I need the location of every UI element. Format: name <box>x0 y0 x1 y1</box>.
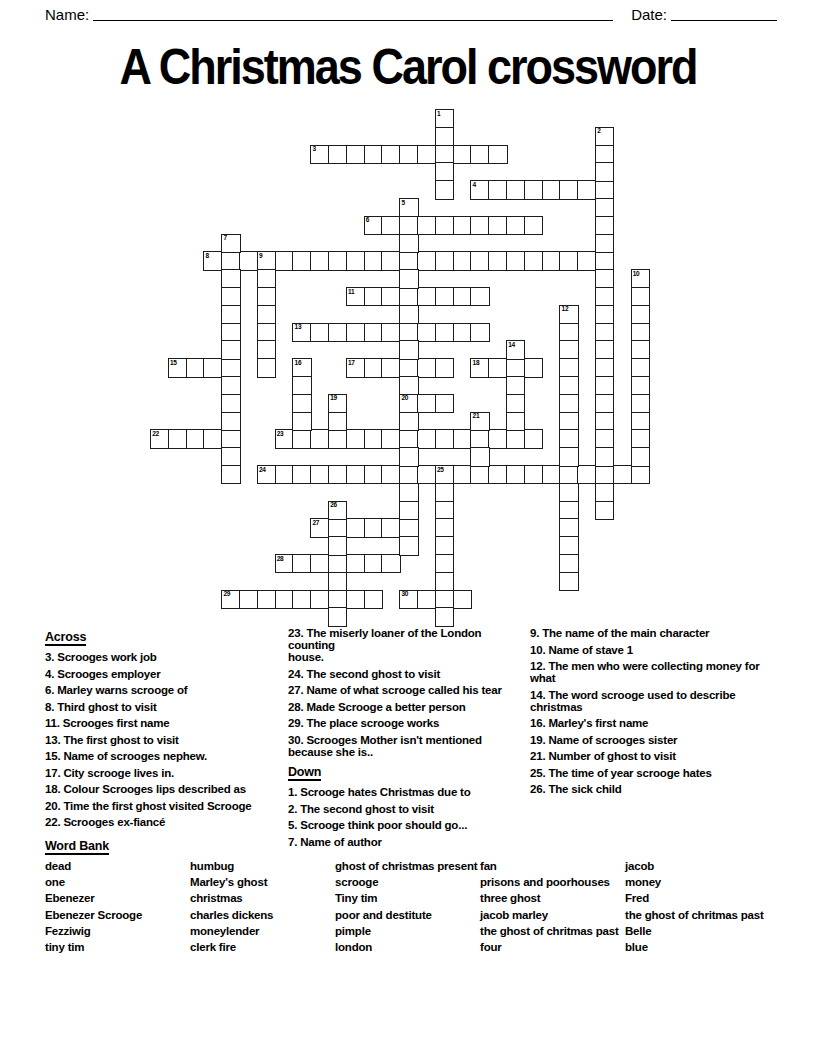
grid-cell[interactable] <box>221 269 240 288</box>
grid-cell[interactable] <box>488 145 507 164</box>
grid-cell[interactable] <box>364 287 383 306</box>
grid-cell[interactable] <box>470 323 489 342</box>
grid-cell[interactable] <box>168 429 187 448</box>
name-input-line[interactable] <box>93 5 613 21</box>
grid-cell[interactable] <box>221 412 240 431</box>
grid-cell[interactable] <box>399 429 418 448</box>
grid-cell[interactable] <box>381 429 400 448</box>
grid-cell[interactable] <box>275 251 294 270</box>
grid-cell[interactable] <box>399 376 418 395</box>
grid-cell[interactable] <box>631 287 650 306</box>
grid-cell[interactable] <box>364 358 383 377</box>
grid-cell[interactable] <box>346 465 365 484</box>
grid-cell[interactable] <box>364 145 383 164</box>
grid-cell[interactable] <box>221 447 240 466</box>
grid-cell[interactable] <box>613 465 632 484</box>
grid-cell[interactable] <box>595 376 614 395</box>
grid-cell[interactable] <box>524 180 543 199</box>
grid-cell[interactable]: 22 <box>150 429 169 448</box>
grid-cell[interactable] <box>399 305 418 324</box>
grid-cell[interactable] <box>595 447 614 466</box>
grid-cell[interactable]: 24 <box>257 465 276 484</box>
grid-cell[interactable] <box>346 251 365 270</box>
grid-cell[interactable] <box>559 447 578 466</box>
grid-cell[interactable] <box>506 216 525 235</box>
grid-cell[interactable]: 7 <box>221 234 240 253</box>
grid-cell[interactable] <box>470 287 489 306</box>
grid-cell[interactable] <box>542 180 561 199</box>
grid-cell[interactable] <box>310 554 329 573</box>
grid-cell[interactable] <box>559 323 578 342</box>
word-bank-item: Ebenezer <box>45 890 195 906</box>
grid-cell[interactable] <box>292 412 311 431</box>
grid-cell[interactable]: 19 <box>328 394 347 413</box>
grid-cell[interactable] <box>559 429 578 448</box>
grid-cell[interactable] <box>631 394 650 413</box>
clue-item: 7. Name of author <box>288 836 528 848</box>
grid-cell[interactable] <box>595 358 614 377</box>
grid-cell[interactable] <box>203 429 222 448</box>
grid-cell[interactable] <box>524 358 543 377</box>
grid-cell[interactable] <box>328 412 347 431</box>
grid-cell[interactable] <box>435 590 454 609</box>
grid-cell[interactable] <box>292 590 311 609</box>
grid-cell[interactable] <box>506 465 525 484</box>
grid-cell[interactable] <box>239 590 258 609</box>
grid-cell[interactable]: 15 <box>168 358 187 377</box>
grid-cell[interactable]: 1 <box>435 109 454 128</box>
clue-item: 6. Marley warns scrooge of <box>45 684 288 696</box>
grid-cell[interactable] <box>328 572 347 591</box>
grid-cell[interactable] <box>328 554 347 573</box>
grid-cell[interactable] <box>399 251 418 270</box>
clue-item: 29. The place scrooge works <box>288 717 528 729</box>
clue-number: 12 <box>562 305 569 313</box>
grid-cell[interactable] <box>506 394 525 413</box>
grid-cell[interactable] <box>399 501 418 520</box>
grid-cell[interactable]: 30 <box>399 590 418 609</box>
grid-cell[interactable] <box>399 412 418 431</box>
grid-cell[interactable] <box>399 269 418 288</box>
word-bank-column: deadoneEbenezerEbenezer ScroogeFezziwigt… <box>45 858 195 955</box>
grid-cell[interactable]: 25 <box>435 465 454 484</box>
clue-item: 13. The first ghost to visit <box>45 734 288 746</box>
grid-cell[interactable] <box>257 358 276 377</box>
grid-cell[interactable] <box>488 216 507 235</box>
grid-cell[interactable] <box>559 358 578 377</box>
grid-cell[interactable] <box>559 376 578 395</box>
grid-cell[interactable]: 16 <box>292 358 311 377</box>
grid-cell[interactable] <box>257 340 276 359</box>
grid-cell[interactable] <box>417 287 436 306</box>
grid-cell[interactable] <box>559 412 578 431</box>
grid-cell[interactable] <box>453 323 472 342</box>
grid-cell[interactable] <box>435 607 454 626</box>
grid-cell[interactable] <box>577 251 596 270</box>
grid-cell[interactable] <box>595 198 614 217</box>
clue-number: 17 <box>348 359 355 367</box>
grid-cell[interactable]: 27 <box>310 518 329 537</box>
grid-cell[interactable] <box>631 447 650 466</box>
grid-cell[interactable] <box>310 465 329 484</box>
grid-cell[interactable] <box>435 145 454 164</box>
grid-cell[interactable]: 13 <box>292 323 311 342</box>
grid-cell[interactable]: 14 <box>506 340 525 359</box>
grid-cell[interactable]: 9 <box>257 251 276 270</box>
word-bank-item: jacob <box>625 858 775 874</box>
grid-cell[interactable] <box>595 162 614 181</box>
grid-cell[interactable] <box>417 429 436 448</box>
grid-cell[interactable] <box>470 216 489 235</box>
grid-cell[interactable] <box>399 518 418 537</box>
grid-cell[interactable]: 20 <box>399 394 418 413</box>
grid-cell[interactable] <box>221 429 240 448</box>
grid-cell[interactable] <box>559 340 578 359</box>
grid-cell[interactable] <box>292 394 311 413</box>
grid-cell[interactable] <box>381 554 400 573</box>
grid-cell[interactable] <box>399 145 418 164</box>
clue-number: 27 <box>312 519 319 527</box>
grid-cell[interactable] <box>435 323 454 342</box>
word-bank-item: london <box>335 939 485 955</box>
grid-cell[interactable] <box>595 145 614 164</box>
clue-number: 16 <box>295 359 302 367</box>
grid-cell[interactable] <box>559 554 578 573</box>
grid-cell[interactable] <box>328 145 347 164</box>
clue-item: 28. Made Scrooge a better person <box>288 701 528 713</box>
grid-cell[interactable] <box>488 358 507 377</box>
grid-cell[interactable] <box>310 251 329 270</box>
grid-cell[interactable] <box>381 287 400 306</box>
clue-number: 15 <box>170 359 177 367</box>
word-bank-item: ghost of christmas present <box>335 858 485 874</box>
clue-item: 26. The sick child <box>530 783 782 795</box>
grid-cell[interactable] <box>399 287 418 306</box>
page-title: A Christmas Carol crossword <box>0 38 816 96</box>
grid-cell[interactable]: 29 <box>221 590 240 609</box>
grid-cell[interactable] <box>488 180 507 199</box>
grid-cell[interactable] <box>221 465 240 484</box>
grid-cell[interactable] <box>239 251 258 270</box>
grid-cell[interactable] <box>328 590 347 609</box>
clue-number: 13 <box>295 323 302 331</box>
grid-cell[interactable] <box>399 447 418 466</box>
grid-cell[interactable] <box>435 162 454 181</box>
grid-cell[interactable] <box>470 251 489 270</box>
grid-cell[interactable] <box>559 572 578 591</box>
grid-cell[interactable] <box>506 251 525 270</box>
grid-cell[interactable]: 28 <box>275 554 294 573</box>
grid-cell[interactable] <box>364 590 383 609</box>
grid-cell[interactable] <box>221 251 240 270</box>
grid-cell[interactable] <box>631 340 650 359</box>
grid-cell[interactable] <box>328 518 347 537</box>
word-bank-item: Belle <box>625 923 775 939</box>
grid-cell[interactable] <box>381 518 400 537</box>
grid-cell[interactable] <box>275 590 294 609</box>
grid-cell[interactable] <box>257 269 276 288</box>
grid-cell[interactable]: 8 <box>203 251 222 270</box>
grid-cell[interactable] <box>453 590 472 609</box>
grid-cell[interactable] <box>328 323 347 342</box>
clue-number: 11 <box>348 288 354 296</box>
grid-cell[interactable] <box>524 429 543 448</box>
grid-cell[interactable] <box>559 518 578 537</box>
grid-cell[interactable] <box>595 269 614 288</box>
grid-cell[interactable] <box>506 358 525 377</box>
clue-number: 3 <box>312 145 315 153</box>
grid-cell[interactable]: 21 <box>470 412 489 431</box>
grid-cell[interactable] <box>506 429 525 448</box>
date-label: Date: <box>631 6 667 23</box>
grid-cell[interactable] <box>435 287 454 306</box>
grid-cell[interactable] <box>257 590 276 609</box>
grid-cell[interactable] <box>470 145 489 164</box>
grid-cell[interactable] <box>542 465 561 484</box>
grid-cell[interactable] <box>292 465 311 484</box>
grid-cell[interactable] <box>631 465 650 484</box>
grid-cell[interactable] <box>595 340 614 359</box>
grid-cell[interactable] <box>399 340 418 359</box>
grid-cell[interactable] <box>595 323 614 342</box>
grid-cell[interactable] <box>435 251 454 270</box>
grid-cell[interactable] <box>328 429 347 448</box>
grid-cell[interactable] <box>559 251 578 270</box>
word-bank-heading: Word Bank <box>45 839 109 855</box>
grid-cell[interactable] <box>595 234 614 253</box>
word-bank-item: one <box>45 874 195 890</box>
grid-cell[interactable] <box>381 251 400 270</box>
grid-cell[interactable] <box>453 251 472 270</box>
grid-cell[interactable] <box>186 429 205 448</box>
grid-cell[interactable] <box>346 145 365 164</box>
grid-cell[interactable]: 6 <box>364 216 383 235</box>
grid-cell[interactable]: 2 <box>595 127 614 146</box>
grid-cell[interactable] <box>524 251 543 270</box>
grid-cell[interactable] <box>417 251 436 270</box>
grid-cell[interactable] <box>417 145 436 164</box>
grid-cell[interactable]: 17 <box>346 358 365 377</box>
grid-cell[interactable] <box>577 180 596 199</box>
grid-cell[interactable] <box>292 376 311 395</box>
grid-cell[interactable]: 10 <box>631 269 650 288</box>
grid-cell[interactable] <box>275 465 294 484</box>
grid-cell[interactable] <box>435 127 454 146</box>
grid-cell[interactable] <box>631 323 650 342</box>
grid-cell[interactable] <box>292 251 311 270</box>
grid-cell[interactable] <box>435 216 454 235</box>
grid-cell[interactable] <box>417 216 436 235</box>
word-bank-item: scrooge <box>335 874 485 890</box>
grid-cell[interactable] <box>399 323 418 342</box>
grid-cell[interactable] <box>435 483 454 502</box>
grid-cell[interactable]: 23 <box>275 429 294 448</box>
grid-cell[interactable] <box>364 323 383 342</box>
grid-cell[interactable] <box>221 358 240 377</box>
clue-number: 24 <box>259 466 266 474</box>
grid-cell[interactable] <box>328 536 347 555</box>
word-bank-item: Fred <box>625 890 775 906</box>
clue-column-down: 9. The name of the main character10. Nam… <box>530 627 782 800</box>
grid-cell[interactable] <box>346 323 365 342</box>
grid-cell[interactable] <box>435 429 454 448</box>
grid-cell[interactable] <box>595 305 614 324</box>
grid-cell[interactable] <box>435 518 454 537</box>
grid-cell[interactable] <box>542 251 561 270</box>
grid-cell[interactable]: 4 <box>470 180 489 199</box>
grid-cell[interactable] <box>559 180 578 199</box>
grid-cell[interactable]: 12 <box>559 305 578 324</box>
grid-cell[interactable] <box>328 607 347 626</box>
grid-cell[interactable] <box>577 465 596 484</box>
clue-number: 10 <box>633 270 640 278</box>
grid-cell[interactable] <box>435 554 454 573</box>
grid-cell[interactable] <box>488 429 507 448</box>
grid-cell[interactable] <box>453 465 472 484</box>
grid-cell[interactable] <box>417 590 436 609</box>
name-date-row: Name: Date: <box>45 5 777 23</box>
grid-cell[interactable] <box>221 323 240 342</box>
grid-cell[interactable] <box>470 429 489 448</box>
grid-cell[interactable] <box>257 323 276 342</box>
grid-cell[interactable] <box>435 394 454 413</box>
grid-cell[interactable] <box>595 216 614 235</box>
grid-cell[interactable] <box>221 394 240 413</box>
grid-cell[interactable] <box>346 429 365 448</box>
grid-cell[interactable] <box>221 340 240 359</box>
clue-number: 18 <box>473 359 480 367</box>
grid-cell[interactable] <box>381 145 400 164</box>
grid-cell[interactable] <box>631 429 650 448</box>
grid-cell[interactable]: 3 <box>310 145 329 164</box>
grid-cell[interactable] <box>257 287 276 306</box>
grid-cell[interactable] <box>221 305 240 324</box>
grid-cell[interactable] <box>631 376 650 395</box>
grid-cell[interactable] <box>524 216 543 235</box>
grid-cell[interactable] <box>399 234 418 253</box>
grid-cell[interactable] <box>595 501 614 520</box>
grid-cell[interactable] <box>524 465 543 484</box>
grid-cell[interactable] <box>435 358 454 377</box>
grid-cell[interactable] <box>257 305 276 324</box>
grid-cell[interactable] <box>595 251 614 270</box>
grid-cell[interactable] <box>328 251 347 270</box>
grid-cell[interactable] <box>221 287 240 306</box>
grid-cell[interactable] <box>417 358 436 377</box>
grid-cell[interactable] <box>364 251 383 270</box>
grid-cell[interactable] <box>292 429 311 448</box>
grid-cell[interactable] <box>381 216 400 235</box>
grid-cell[interactable] <box>559 483 578 502</box>
grid-cell[interactable] <box>453 429 472 448</box>
grid-cell[interactable] <box>399 216 418 235</box>
grid-cell[interactable] <box>595 287 614 306</box>
date-input-line[interactable] <box>671 5 777 21</box>
grid-cell[interactable] <box>506 412 525 431</box>
grid-cell[interactable] <box>310 323 329 342</box>
grid-cell[interactable] <box>595 394 614 413</box>
grid-cell[interactable] <box>417 465 436 484</box>
grid-cell[interactable] <box>435 501 454 520</box>
grid-cell[interactable] <box>453 287 472 306</box>
clue-item: 23. The miserly loaner of the London cou… <box>288 627 528 663</box>
grid-cell[interactable] <box>346 554 365 573</box>
clue-item: 5. Scrooge think poor should go... <box>288 819 528 831</box>
grid-cell[interactable] <box>488 465 507 484</box>
grid-cell[interactable]: 11 <box>346 287 365 306</box>
clue-number: 4 <box>473 181 476 189</box>
grid-cell[interactable] <box>488 251 507 270</box>
grid-cell[interactable] <box>631 358 650 377</box>
clue-number: 29 <box>223 590 230 598</box>
word-bank-item: three ghost <box>480 890 630 906</box>
grid-cell[interactable] <box>310 429 329 448</box>
grid-cell[interactable] <box>346 518 365 537</box>
grid-cell[interactable] <box>470 447 489 466</box>
grid-cell[interactable] <box>381 358 400 377</box>
grid-cell[interactable] <box>381 465 400 484</box>
grid-cell[interactable] <box>595 465 614 484</box>
grid-cell[interactable] <box>203 358 222 377</box>
grid-cell[interactable] <box>364 518 383 537</box>
grid-cell[interactable] <box>470 465 489 484</box>
grid-cell[interactable] <box>186 358 205 377</box>
grid-cell[interactable] <box>310 590 329 609</box>
across-heading: Across <box>45 630 86 646</box>
grid-cell[interactable]: 26 <box>328 501 347 520</box>
clue-item: 22. Scrooges ex-fiancé <box>45 816 288 828</box>
grid-cell[interactable] <box>364 429 383 448</box>
grid-cell[interactable] <box>399 536 418 555</box>
word-bank-column: jacobmoneyFredthe ghost of chritmas past… <box>625 858 775 955</box>
grid-cell[interactable] <box>346 590 365 609</box>
grid-cell[interactable] <box>364 465 383 484</box>
grid-cell[interactable] <box>381 323 400 342</box>
grid-cell[interactable] <box>595 429 614 448</box>
grid-cell[interactable] <box>435 572 454 591</box>
grid-cell[interactable] <box>506 180 525 199</box>
grid-cell[interactable] <box>559 501 578 520</box>
grid-cell[interactable] <box>435 536 454 555</box>
clue-item: 25. The time of year scrooge hates <box>530 767 782 779</box>
across-clues-part1: 3. Scrooges work job4. Scrooges employer… <box>45 651 288 828</box>
grid-cell[interactable] <box>292 554 311 573</box>
grid-cell[interactable] <box>399 465 418 484</box>
grid-cell[interactable] <box>399 358 418 377</box>
grid-cell[interactable] <box>506 376 525 395</box>
grid-cell[interactable] <box>595 483 614 502</box>
grid-cell[interactable] <box>595 180 614 199</box>
grid-cell[interactable]: 18 <box>470 358 489 377</box>
grid-cell[interactable] <box>399 483 418 502</box>
grid-cell[interactable] <box>417 394 436 413</box>
grid-cell[interactable] <box>631 412 650 431</box>
grid-cell[interactable] <box>631 305 650 324</box>
grid-cell[interactable] <box>453 216 472 235</box>
word-bank-item: blue <box>625 939 775 955</box>
grid-cell[interactable] <box>559 536 578 555</box>
grid-cell[interactable] <box>559 394 578 413</box>
grid-cell[interactable] <box>417 323 436 342</box>
grid-cell[interactable] <box>595 412 614 431</box>
grid-cell[interactable] <box>453 145 472 164</box>
grid-cell[interactable] <box>328 465 347 484</box>
grid-cell[interactable] <box>435 180 454 199</box>
grid-cell[interactable] <box>364 554 383 573</box>
grid-cell[interactable] <box>221 376 240 395</box>
grid-cell[interactable] <box>559 465 578 484</box>
grid-cell[interactable]: 5 <box>399 198 418 217</box>
